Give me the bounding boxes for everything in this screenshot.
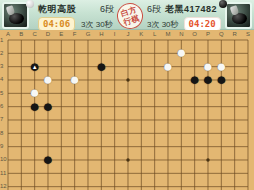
left-player-clock: 04:06 bbox=[38, 17, 75, 31]
go-board[interactable]: ABCDEFGHIJKLMNOPQRS123456789101112 ●▲●●●… bbox=[0, 30, 254, 190]
black-stone-H3: ● bbox=[94, 60, 108, 74]
right-player-clock: 04:20 bbox=[184, 17, 221, 31]
column-label-K: K bbox=[136, 30, 146, 39]
row-label-5: 5 bbox=[0, 90, 7, 97]
black-stone-D10: ● bbox=[41, 153, 55, 167]
right-player-byoyomi: 3次 30秒 bbox=[147, 19, 179, 30]
right-player-avatar[interactable] bbox=[225, 2, 252, 29]
go-game-screen: 乾明高股 6段 04:06 3次 30秒 白方 行棋 6段 老黑417482 3… bbox=[0, 0, 254, 190]
row-label-9: 9 bbox=[0, 143, 7, 150]
column-label-H: H bbox=[96, 30, 106, 39]
white-stone-C5: ● bbox=[28, 86, 42, 100]
row-label-12: 12 bbox=[0, 183, 7, 190]
black-stone-D6: ● bbox=[41, 100, 55, 114]
column-label-R: R bbox=[230, 30, 240, 39]
row-label-10: 10 bbox=[0, 156, 7, 163]
white-stone-D4: ● bbox=[41, 73, 55, 87]
left-player-info: 乾明高股 6段 04:06 3次 30秒 bbox=[38, 3, 114, 29]
column-label-L: L bbox=[150, 30, 160, 39]
row-label-8: 8 bbox=[0, 130, 7, 137]
white-stone-indicator bbox=[26, 0, 34, 8]
column-label-Q: Q bbox=[216, 30, 226, 39]
white-stone-N2: ● bbox=[174, 46, 188, 60]
left-player-name: 乾明高股 bbox=[38, 3, 76, 16]
black-stone-O4: ● bbox=[188, 73, 202, 87]
right-player-rank: 6段 bbox=[147, 3, 161, 16]
row-label-7: 7 bbox=[0, 116, 7, 123]
column-label-J: J bbox=[123, 30, 133, 39]
row-label-6: 6 bbox=[0, 103, 7, 110]
column-label-S: S bbox=[243, 30, 253, 39]
row-label-3: 3 bbox=[0, 63, 7, 70]
row-label-11: 11 bbox=[0, 170, 7, 177]
left-player-rank: 6段 bbox=[100, 3, 114, 16]
black-stone-C3: ● bbox=[28, 60, 42, 74]
white-stone-P3: ● bbox=[201, 60, 215, 74]
column-label-M: M bbox=[163, 30, 173, 39]
column-label-C: C bbox=[30, 30, 40, 39]
column-label-G: G bbox=[83, 30, 93, 39]
white-stone-M3: ● bbox=[161, 60, 175, 74]
player-info-bar: 乾明高股 6段 04:06 3次 30秒 白方 行棋 6段 老黑417482 3… bbox=[0, 0, 254, 30]
row-label-2: 2 bbox=[0, 50, 7, 57]
row-label-4: 4 bbox=[0, 76, 7, 83]
column-label-I: I bbox=[110, 30, 120, 39]
right-player-name: 老黑417482 bbox=[165, 3, 217, 16]
right-player-info: 6段 老黑417482 3次 30秒 04:20 bbox=[147, 3, 221, 29]
turn-indicator-seal: 白方 行棋 bbox=[114, 0, 147, 32]
left-player-byoyomi: 3次 30秒 bbox=[81, 19, 113, 30]
white-stone-Q3: ● bbox=[214, 60, 228, 74]
left-player-avatar[interactable] bbox=[2, 2, 29, 29]
column-label-F: F bbox=[70, 30, 80, 39]
column-label-O: O bbox=[190, 30, 200, 39]
column-label-P: P bbox=[203, 30, 213, 39]
column-label-B: B bbox=[16, 30, 26, 39]
column-label-E: E bbox=[56, 30, 66, 39]
row-label-1: 1 bbox=[0, 37, 7, 44]
column-label-D: D bbox=[43, 30, 53, 39]
column-label-N: N bbox=[176, 30, 186, 39]
black-stone-indicator bbox=[219, 0, 227, 8]
white-stone-F4: ● bbox=[68, 73, 82, 87]
